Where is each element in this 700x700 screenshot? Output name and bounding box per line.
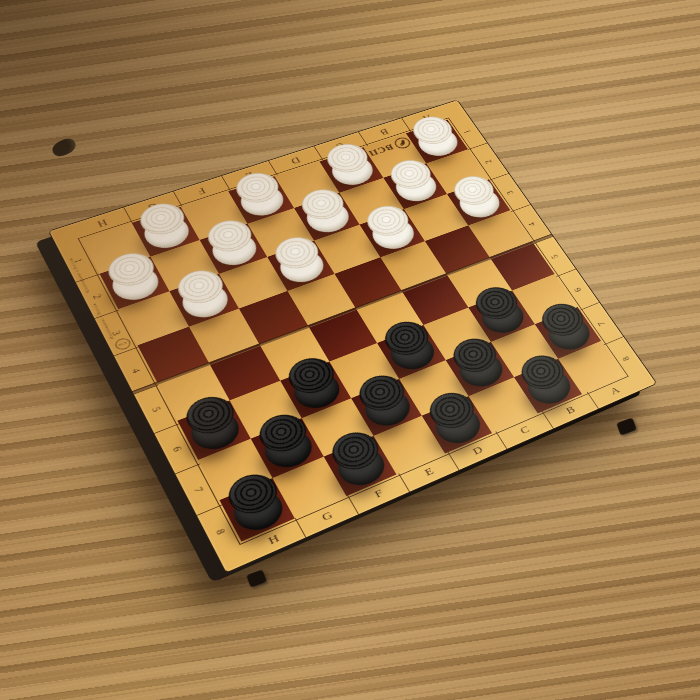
file-label-top-h-text: H	[96, 218, 109, 229]
rank-label-left-4-text: 4	[130, 367, 142, 375]
rank-label-right-5-text: 5	[549, 253, 559, 259]
rank-label-right-8-text: 8	[621, 355, 632, 362]
rank-label-right-4-text: 4	[527, 221, 537, 227]
file-label-top-b-text: B	[379, 127, 391, 136]
file-label-top-d-text: D	[290, 156, 302, 166]
rank-label-left-6-text: 6	[171, 445, 184, 453]
file-label-bottom-g-text: G	[320, 509, 335, 523]
rank-label-right-2-text: 2	[483, 159, 493, 165]
file-label-bottom-a-text: A	[608, 385, 621, 397]
rank-label-left-7-text: 7	[192, 485, 205, 493]
rank-label-right-6-text: 6	[573, 286, 583, 292]
rank-label-right-7-text: 7	[596, 320, 607, 327]
file-label-bottom-b-text: B	[564, 404, 577, 416]
rank-label-left-5-text: 5	[150, 405, 162, 413]
file-label-bottom-f-text: F	[373, 487, 385, 500]
file-label-bottom-e-text: E	[423, 466, 436, 478]
file-label-bottom-d-text: D	[471, 444, 485, 457]
rank-label-left-8-text: 8	[214, 527, 227, 536]
file-label-bottom-h-text: H	[266, 533, 281, 547]
file-label-bottom-c-text: C	[518, 424, 531, 436]
file-label-top-f-text: F	[197, 186, 208, 196]
rank-label-right-3-text: 3	[505, 189, 515, 195]
rank-label-right-1-text: 1	[462, 129, 472, 135]
